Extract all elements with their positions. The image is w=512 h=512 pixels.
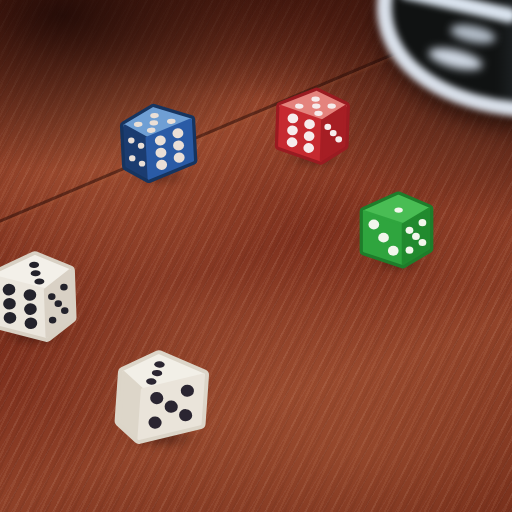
pip <box>406 227 414 234</box>
pip <box>419 239 427 246</box>
die-white-left <box>0 244 82 343</box>
pip <box>368 220 379 230</box>
die-green <box>356 187 437 268</box>
die-blue <box>115 97 202 184</box>
pip <box>394 207 402 212</box>
die-red <box>271 82 355 166</box>
pip <box>406 247 414 254</box>
pip <box>378 233 389 243</box>
scene <box>0 0 512 512</box>
pip <box>412 233 420 240</box>
die-white-front <box>109 342 216 449</box>
pip <box>419 219 427 226</box>
pip <box>388 246 399 256</box>
